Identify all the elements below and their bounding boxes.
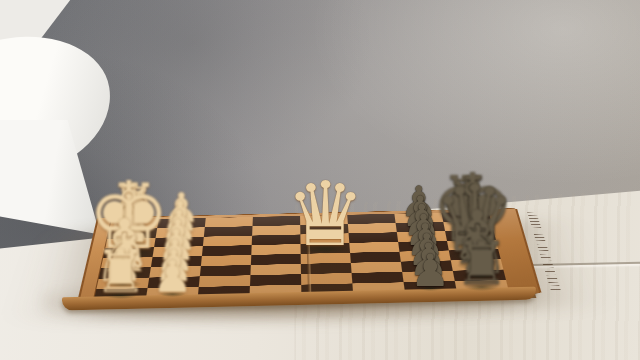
board-grid bbox=[93, 212, 508, 301]
scene-chess-photo: ♜♞♝♚♝♞♜♟♟♟♟♟♟♟♟♛♟♟♟♟♟♟♟♟♜♞♝♛♚♝♞♜ bbox=[0, 0, 640, 360]
